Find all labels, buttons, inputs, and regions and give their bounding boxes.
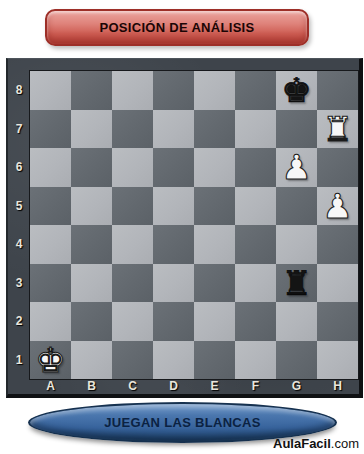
file-labels: ABCDEFGH: [30, 379, 358, 393]
square-a3[interactable]: [30, 264, 71, 303]
rank-label-8: 8: [8, 71, 30, 110]
rank-label-1: 1: [8, 341, 30, 380]
square-e2[interactable]: [194, 302, 235, 341]
brand: AulaFacil.com: [273, 436, 359, 451]
square-g7[interactable]: [276, 110, 317, 149]
file-label-d: D: [153, 379, 194, 393]
file-label-h: H: [317, 379, 358, 393]
rank-label-3: 3: [8, 264, 30, 303]
square-a8[interactable]: [30, 71, 71, 110]
file-label-f: F: [235, 379, 276, 393]
square-f7[interactable]: [235, 110, 276, 149]
analysis-title-banner: POSICIÓN DE ANÁLISIS: [45, 9, 309, 46]
square-d2[interactable]: [153, 302, 194, 341]
square-c6[interactable]: [112, 148, 153, 187]
rank-label-4: 4: [8, 225, 30, 264]
square-h7[interactable]: ♜: [317, 110, 358, 149]
white-pawn: ♟: [322, 189, 352, 223]
square-b8[interactable]: [71, 71, 112, 110]
square-d6[interactable]: [153, 148, 194, 187]
square-g2[interactable]: [276, 302, 317, 341]
square-e3[interactable]: [194, 264, 235, 303]
black-rook: ♜: [281, 266, 311, 300]
square-e5[interactable]: [194, 187, 235, 226]
file-label-c: C: [112, 379, 153, 393]
brand-suffix: .com: [331, 436, 359, 451]
black-king: ♚: [281, 73, 311, 107]
square-b6[interactable]: [71, 148, 112, 187]
white-king: ♚: [35, 343, 65, 377]
square-g8[interactable]: ♚: [276, 71, 317, 110]
board-grid: ♚♜♟♟♜♚: [30, 71, 358, 379]
square-g4[interactable]: [276, 225, 317, 264]
page: POSICIÓN DE ANÁLISIS 87654321 ♚♜♟♟♜♚ ABC…: [0, 0, 364, 454]
square-g3[interactable]: ♜: [276, 264, 317, 303]
file-label-a: A: [30, 379, 71, 393]
square-f8[interactable]: [235, 71, 276, 110]
square-e6[interactable]: [194, 148, 235, 187]
square-g1[interactable]: [276, 341, 317, 380]
square-h2[interactable]: [317, 302, 358, 341]
rank-label-6: 6: [8, 148, 30, 187]
square-c4[interactable]: [112, 225, 153, 264]
square-c3[interactable]: [112, 264, 153, 303]
square-g6[interactable]: ♟: [276, 148, 317, 187]
square-b7[interactable]: [71, 110, 112, 149]
square-f6[interactable]: [235, 148, 276, 187]
square-e4[interactable]: [194, 225, 235, 264]
square-a5[interactable]: [30, 187, 71, 226]
square-b3[interactable]: [71, 264, 112, 303]
square-f4[interactable]: [235, 225, 276, 264]
square-f3[interactable]: [235, 264, 276, 303]
square-a4[interactable]: [30, 225, 71, 264]
square-h6[interactable]: [317, 148, 358, 187]
square-c2[interactable]: [112, 302, 153, 341]
square-h4[interactable]: [317, 225, 358, 264]
square-d3[interactable]: [153, 264, 194, 303]
square-g5[interactable]: [276, 187, 317, 226]
square-f1[interactable]: [235, 341, 276, 380]
square-c1[interactable]: [112, 341, 153, 380]
rank-label-2: 2: [8, 302, 30, 341]
square-a6[interactable]: [30, 148, 71, 187]
brand-name: AulaFacil: [273, 436, 331, 451]
square-h1[interactable]: [317, 341, 358, 380]
square-e7[interactable]: [194, 110, 235, 149]
turn-status-label: JUEGAN LAS BLANCAS: [104, 415, 260, 430]
square-b4[interactable]: [71, 225, 112, 264]
square-a2[interactable]: [30, 302, 71, 341]
square-c5[interactable]: [112, 187, 153, 226]
rank-label-7: 7: [8, 110, 30, 149]
file-label-b: B: [71, 379, 112, 393]
square-d1[interactable]: [153, 341, 194, 380]
square-d5[interactable]: [153, 187, 194, 226]
square-d7[interactable]: [153, 110, 194, 149]
square-c7[interactable]: [112, 110, 153, 149]
square-f2[interactable]: [235, 302, 276, 341]
square-b2[interactable]: [71, 302, 112, 341]
rank-labels: 87654321: [8, 71, 30, 379]
square-h8[interactable]: [317, 71, 358, 110]
white-rook: ♜: [322, 112, 352, 146]
chess-board: 87654321 ♚♜♟♟♜♚ ABCDEFGH: [6, 58, 363, 398]
square-a7[interactable]: [30, 110, 71, 149]
file-label-g: G: [276, 379, 317, 393]
square-a1[interactable]: ♚: [30, 341, 71, 380]
square-f5[interactable]: [235, 187, 276, 226]
square-h5[interactable]: ♟: [317, 187, 358, 226]
square-h3[interactable]: [317, 264, 358, 303]
square-b1[interactable]: [71, 341, 112, 380]
file-label-e: E: [194, 379, 235, 393]
square-e1[interactable]: [194, 341, 235, 380]
square-d4[interactable]: [153, 225, 194, 264]
square-b5[interactable]: [71, 187, 112, 226]
square-d8[interactable]: [153, 71, 194, 110]
square-c8[interactable]: [112, 71, 153, 110]
rank-label-5: 5: [8, 187, 30, 226]
square-e8[interactable]: [194, 71, 235, 110]
white-pawn: ♟: [281, 150, 311, 184]
analysis-title-label: POSICIÓN DE ANÁLISIS: [99, 20, 254, 35]
